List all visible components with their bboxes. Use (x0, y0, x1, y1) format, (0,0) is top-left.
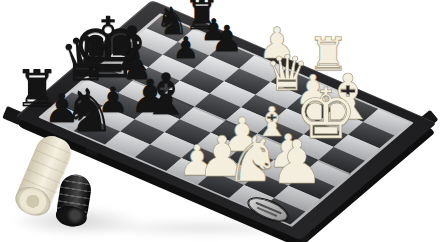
product-photo-scene: ♜♟♞♛♚♟♝♟♟♝♞♜♟♟♟♟♜♛♟♝♚♝♟♟♟♞♟♟ (0, 0, 440, 242)
